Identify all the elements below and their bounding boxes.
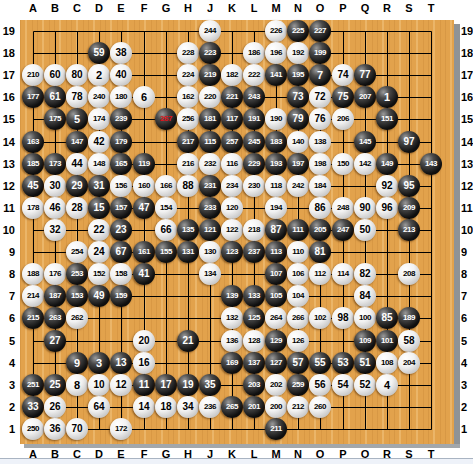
col-label-top-L: L xyxy=(244,1,264,15)
row-label-left-1: 1 xyxy=(0,422,15,436)
stone-E9: 67 xyxy=(110,241,132,263)
move-number: 58 xyxy=(398,330,420,352)
move-number: 95 xyxy=(398,175,420,197)
move-number: 38 xyxy=(110,42,132,64)
col-label-top-B: B xyxy=(45,1,65,15)
move-number: 21 xyxy=(177,330,199,352)
move-number: 4 xyxy=(376,374,398,396)
move-number: 141 xyxy=(265,64,287,86)
stone-G3: 17 xyxy=(155,374,177,396)
move-number: 109 xyxy=(354,330,376,352)
move-number: 212 xyxy=(287,396,309,418)
move-number: 18 xyxy=(155,396,177,418)
move-number: 122 xyxy=(221,219,243,241)
move-number: 29 xyxy=(66,175,88,197)
move-number: 228 xyxy=(177,42,199,64)
move-number: 100 xyxy=(354,307,376,329)
stone-J9: 130 xyxy=(199,241,221,263)
move-number: 151 xyxy=(376,108,398,130)
stone-G2: 18 xyxy=(155,396,177,418)
move-number: 244 xyxy=(199,20,221,42)
stone-H5: 21 xyxy=(177,330,199,352)
stone-N4: 57 xyxy=(287,352,309,374)
move-number: 166 xyxy=(155,175,177,197)
move-number: 118 xyxy=(265,175,287,197)
stone-L2: 201 xyxy=(243,396,265,418)
move-number: 12 xyxy=(110,374,132,396)
stone-F9: 161 xyxy=(133,241,155,263)
stone-C17: 80 xyxy=(66,64,88,86)
stone-G15: 267 xyxy=(155,108,177,130)
stone-E12: 156 xyxy=(110,175,132,197)
row-label-right-19: 19 xyxy=(461,24,473,38)
row-label-right-18: 18 xyxy=(461,46,473,60)
stone-R5: 101 xyxy=(376,330,398,352)
stone-B1: 36 xyxy=(44,418,66,440)
col-label-top-J: J xyxy=(200,1,220,15)
stone-E4: 13 xyxy=(110,352,132,374)
col-label-top-M: M xyxy=(266,1,286,15)
move-number: 53 xyxy=(332,352,354,374)
stone-G11: 154 xyxy=(155,197,177,219)
stone-K2: 265 xyxy=(221,396,243,418)
move-number: 36 xyxy=(44,418,66,440)
stone-C1: 70 xyxy=(66,418,88,440)
stone-N2: 212 xyxy=(287,396,309,418)
stone-R3: 4 xyxy=(376,374,398,396)
move-number: 40 xyxy=(110,64,132,86)
move-number: 186 xyxy=(243,42,265,64)
stone-F12: 160 xyxy=(133,175,155,197)
move-number: 114 xyxy=(332,263,354,285)
stone-C16: 78 xyxy=(66,86,88,108)
stone-E3: 12 xyxy=(110,374,132,396)
stone-E17: 40 xyxy=(110,64,132,86)
stone-J15: 181 xyxy=(199,108,221,130)
row-label-right-5: 5 xyxy=(461,334,473,348)
stone-E18: 38 xyxy=(110,42,132,64)
move-number: 257 xyxy=(221,131,243,153)
move-number: 243 xyxy=(243,86,265,108)
move-number: 127 xyxy=(265,352,287,374)
move-number: 231 xyxy=(199,175,221,197)
stone-B2: 26 xyxy=(44,396,66,418)
move-number: 107 xyxy=(265,263,287,285)
move-number: 111 xyxy=(287,219,309,241)
stone-H3: 19 xyxy=(177,374,199,396)
move-number: 253 xyxy=(66,263,88,285)
stone-O8: 112 xyxy=(309,263,331,285)
stone-P17: 74 xyxy=(332,64,354,86)
row-label-left-13: 13 xyxy=(0,157,15,171)
row-label-right-6: 6 xyxy=(461,311,473,325)
move-number: 182 xyxy=(221,64,243,86)
move-number: 259 xyxy=(287,374,309,396)
move-number: 20 xyxy=(133,330,155,352)
row-label-left-2: 2 xyxy=(0,400,15,414)
stone-P4: 53 xyxy=(332,352,354,374)
stone-D12: 31 xyxy=(88,175,110,197)
move-number: 216 xyxy=(177,153,199,175)
go-game-window: ABCDEFGHJKLMNOPQRST 19181716151413121110… xyxy=(0,0,473,464)
stone-F11: 47 xyxy=(133,197,155,219)
stone-L13: 229 xyxy=(243,153,265,175)
move-number: 105 xyxy=(265,285,287,307)
col-label-top-O: O xyxy=(310,1,330,15)
stone-D9: 24 xyxy=(88,241,110,263)
move-number: 78 xyxy=(66,86,88,108)
stone-D16: 240 xyxy=(88,86,110,108)
move-number: 162 xyxy=(177,86,199,108)
row-label-right-4: 4 xyxy=(461,356,473,370)
move-number: 194 xyxy=(265,197,287,219)
stone-K14: 257 xyxy=(221,131,243,153)
stone-A3: 251 xyxy=(22,374,44,396)
stone-M9: 113 xyxy=(265,241,287,263)
stone-M15: 190 xyxy=(265,108,287,130)
stone-F3: 11 xyxy=(133,374,155,396)
move-number: 165 xyxy=(110,153,132,175)
row-label-left-14: 14 xyxy=(0,135,15,149)
move-number: 234 xyxy=(221,175,243,197)
move-number: 59 xyxy=(88,42,110,64)
move-number: 184 xyxy=(309,175,331,197)
stone-A2: 33 xyxy=(22,396,44,418)
stone-O15: 76 xyxy=(309,108,331,130)
window-bottom-edge xyxy=(0,458,473,464)
row-label-left-18: 18 xyxy=(0,46,15,60)
stone-L7: 133 xyxy=(243,285,265,307)
move-number: 179 xyxy=(110,131,132,153)
stone-Q7: 84 xyxy=(354,285,376,307)
stone-R11: 96 xyxy=(376,197,398,219)
move-number: 10 xyxy=(88,374,110,396)
stone-M4: 127 xyxy=(265,352,287,374)
move-number: 3 xyxy=(88,352,110,374)
stone-O12: 184 xyxy=(309,175,331,197)
move-number: 200 xyxy=(265,396,287,418)
stone-B5: 27 xyxy=(44,330,66,352)
stone-Q14: 145 xyxy=(354,131,376,153)
stone-F16: 6 xyxy=(133,86,155,108)
move-number: 47 xyxy=(133,197,155,219)
row-label-right-16: 16 xyxy=(461,90,473,104)
stone-J19: 244 xyxy=(199,20,221,42)
move-number: 108 xyxy=(376,352,398,374)
move-number: 7 xyxy=(309,64,331,86)
stone-E16: 180 xyxy=(110,86,132,108)
stone-B13: 173 xyxy=(44,153,66,175)
stone-R16: 1 xyxy=(376,86,398,108)
move-number: 202 xyxy=(265,374,287,396)
stone-A13: 185 xyxy=(22,153,44,175)
stone-K5: 136 xyxy=(221,330,243,352)
move-number: 31 xyxy=(88,175,110,197)
stone-K11: 120 xyxy=(221,197,243,219)
move-number: 227 xyxy=(309,20,331,42)
row-label-left-10: 10 xyxy=(0,223,15,237)
move-number: 152 xyxy=(88,263,110,285)
move-number: 23 xyxy=(110,219,132,241)
row-label-right-8: 8 xyxy=(461,267,473,281)
move-number: 54 xyxy=(332,374,354,396)
move-number: 126 xyxy=(287,330,309,352)
move-number: 34 xyxy=(177,396,199,418)
move-number: 11 xyxy=(133,374,155,396)
move-number: 149 xyxy=(376,153,398,175)
stone-C4: 9 xyxy=(66,352,88,374)
row-label-left-19: 19 xyxy=(0,24,15,38)
stone-C8: 253 xyxy=(66,263,88,285)
stone-B10: 32 xyxy=(44,219,66,241)
stone-Q6: 100 xyxy=(354,307,376,329)
move-number: 206 xyxy=(332,108,354,130)
stone-H18: 228 xyxy=(177,42,199,64)
stone-B17: 60 xyxy=(44,64,66,86)
move-number: 60 xyxy=(44,64,66,86)
stone-A11: 178 xyxy=(22,197,44,219)
move-number: 148 xyxy=(88,153,110,175)
stone-H17: 224 xyxy=(177,64,199,86)
stone-C7: 153 xyxy=(66,285,88,307)
move-number: 205 xyxy=(309,219,331,241)
stone-D8: 152 xyxy=(88,263,110,285)
move-number: 172 xyxy=(110,418,132,440)
stone-L4: 137 xyxy=(243,352,265,374)
stone-F4: 16 xyxy=(133,352,155,374)
stone-H13: 216 xyxy=(177,153,199,175)
stone-B6: 263 xyxy=(44,307,66,329)
move-number: 117 xyxy=(221,108,243,130)
stone-K17: 182 xyxy=(221,64,243,86)
move-number: 225 xyxy=(287,20,309,42)
stone-J10: 121 xyxy=(199,219,221,241)
move-number: 81 xyxy=(309,241,331,263)
move-number: 191 xyxy=(243,108,265,130)
move-number: 17 xyxy=(155,374,177,396)
stone-D17: 2 xyxy=(88,64,110,86)
row-label-right-12: 12 xyxy=(461,179,473,193)
move-number: 217 xyxy=(177,131,199,153)
move-number: 85 xyxy=(376,307,398,329)
move-number: 33 xyxy=(22,396,44,418)
stone-M12: 118 xyxy=(265,175,287,197)
move-number: 237 xyxy=(243,241,265,263)
row-label-left-4: 4 xyxy=(0,356,15,370)
stone-L9: 237 xyxy=(243,241,265,263)
move-number: 134 xyxy=(199,263,221,285)
go-board[interactable]: 2442262252275938228223186196192199210608… xyxy=(20,20,454,444)
move-number: 143 xyxy=(420,153,442,175)
stone-A1: 250 xyxy=(22,418,44,440)
move-number: 242 xyxy=(287,175,309,197)
stone-P8: 114 xyxy=(332,263,354,285)
move-number: 193 xyxy=(265,153,287,175)
move-number: 254 xyxy=(66,241,88,263)
row-label-left-17: 17 xyxy=(0,68,15,82)
stone-Q4: 51 xyxy=(354,352,376,374)
stone-K9: 123 xyxy=(221,241,243,263)
stone-P3: 54 xyxy=(332,374,354,396)
move-number: 61 xyxy=(44,86,66,108)
move-number: 211 xyxy=(265,418,287,440)
stone-O3: 56 xyxy=(309,374,331,396)
move-number: 197 xyxy=(287,153,309,175)
stone-N19: 225 xyxy=(287,20,309,42)
stone-J13: 232 xyxy=(199,153,221,175)
stone-S8: 208 xyxy=(398,263,420,285)
move-number: 102 xyxy=(309,307,331,329)
stone-S6: 189 xyxy=(398,307,420,329)
stone-L16: 243 xyxy=(243,86,265,108)
move-number: 267 xyxy=(155,108,177,130)
stone-J3: 35 xyxy=(199,374,221,396)
row-label-left-7: 7 xyxy=(0,289,15,303)
stone-O9: 81 xyxy=(309,241,331,263)
move-number: 169 xyxy=(221,352,243,374)
stone-M2: 200 xyxy=(265,396,287,418)
move-number: 74 xyxy=(332,64,354,86)
move-number: 45 xyxy=(22,175,44,197)
move-number: 26 xyxy=(44,396,66,418)
row-label-right-9: 9 xyxy=(461,245,473,259)
stone-B7: 187 xyxy=(44,285,66,307)
stone-A14: 163 xyxy=(22,131,44,153)
move-number: 153 xyxy=(66,285,88,307)
move-number: 15 xyxy=(88,197,110,219)
move-number: 50 xyxy=(354,219,376,241)
stone-C13: 44 xyxy=(66,153,88,175)
move-number: 88 xyxy=(177,175,199,197)
stone-F5: 20 xyxy=(133,330,155,352)
move-number: 24 xyxy=(88,241,110,263)
stone-B15: 175 xyxy=(44,108,66,130)
stone-C6: 262 xyxy=(66,307,88,329)
move-number: 84 xyxy=(354,285,376,307)
stone-E14: 179 xyxy=(110,131,132,153)
stone-S4: 204 xyxy=(398,352,420,374)
stone-C12: 29 xyxy=(66,175,88,197)
move-number: 138 xyxy=(309,131,331,153)
stone-K12: 234 xyxy=(221,175,243,197)
stone-O19: 227 xyxy=(309,20,331,42)
col-label-top-K: K xyxy=(222,1,242,15)
move-number: 174 xyxy=(88,108,110,130)
col-label-top-E: E xyxy=(111,1,131,15)
row-label-right-2: 2 xyxy=(461,400,473,414)
move-number: 260 xyxy=(309,396,331,418)
row-label-right-10: 10 xyxy=(461,223,473,237)
stone-S14: 97 xyxy=(398,131,420,153)
stone-M10: 87 xyxy=(265,219,287,241)
move-number: 220 xyxy=(199,86,221,108)
move-number: 132 xyxy=(221,307,243,329)
stone-N17: 195 xyxy=(287,64,309,86)
move-number: 44 xyxy=(66,153,88,175)
stone-H14: 217 xyxy=(177,131,199,153)
stone-O6: 102 xyxy=(309,307,331,329)
move-number: 161 xyxy=(133,241,155,263)
stone-M3: 202 xyxy=(265,374,287,396)
move-number: 222 xyxy=(243,64,265,86)
move-number: 106 xyxy=(287,263,309,285)
stone-O10: 205 xyxy=(309,219,331,241)
move-number: 178 xyxy=(22,197,44,219)
move-number: 77 xyxy=(354,64,376,86)
stone-D15: 174 xyxy=(88,108,110,130)
stone-A16: 177 xyxy=(22,86,44,108)
stone-N16: 73 xyxy=(287,86,309,108)
stone-M14: 183 xyxy=(265,131,287,153)
stone-L3: 203 xyxy=(243,374,265,396)
stone-N5: 126 xyxy=(287,330,309,352)
move-number: 233 xyxy=(199,197,221,219)
stone-A8: 188 xyxy=(22,263,44,285)
move-number: 32 xyxy=(44,219,66,241)
stone-B3: 25 xyxy=(44,374,66,396)
row-label-right-15: 15 xyxy=(461,112,473,126)
move-number: 229 xyxy=(243,153,265,175)
stone-N7: 104 xyxy=(287,285,309,307)
move-number: 207 xyxy=(354,86,376,108)
move-number: 92 xyxy=(376,175,398,197)
move-number: 131 xyxy=(177,241,199,263)
stone-D3: 10 xyxy=(88,374,110,396)
move-number: 76 xyxy=(309,108,331,130)
stone-Q17: 77 xyxy=(354,64,376,86)
move-number: 213 xyxy=(398,219,420,241)
move-number: 14 xyxy=(133,396,155,418)
col-label-top-P: P xyxy=(333,1,353,15)
stone-S12: 95 xyxy=(398,175,420,197)
stone-D7: 49 xyxy=(88,285,110,307)
stone-A6: 215 xyxy=(22,307,44,329)
col-label-top-Q: Q xyxy=(355,1,375,15)
move-number: 232 xyxy=(199,153,221,175)
stone-C9: 254 xyxy=(66,241,88,263)
move-number: 196 xyxy=(265,42,287,64)
move-number: 125 xyxy=(243,307,265,329)
stone-S11: 209 xyxy=(398,197,420,219)
stone-B12: 30 xyxy=(44,175,66,197)
stone-P11: 248 xyxy=(332,197,354,219)
move-number: 46 xyxy=(44,197,66,219)
stone-O2: 260 xyxy=(309,396,331,418)
stone-L15: 191 xyxy=(243,108,265,130)
move-number: 73 xyxy=(287,86,309,108)
move-number: 219 xyxy=(199,64,221,86)
move-number: 240 xyxy=(88,86,110,108)
move-number: 190 xyxy=(265,108,287,130)
stone-M13: 193 xyxy=(265,153,287,175)
stone-N9: 110 xyxy=(287,241,309,263)
stone-H10: 135 xyxy=(177,219,199,241)
row-label-left-8: 8 xyxy=(0,267,15,281)
row-label-right-17: 17 xyxy=(461,68,473,82)
stone-H2: 34 xyxy=(177,396,199,418)
stone-B16: 61 xyxy=(44,86,66,108)
stone-O4: 55 xyxy=(309,352,331,374)
board-shadow-right xyxy=(454,24,460,448)
stone-O18: 199 xyxy=(309,42,331,64)
move-number: 251 xyxy=(22,374,44,396)
move-number: 154 xyxy=(155,197,177,219)
move-number: 210 xyxy=(22,64,44,86)
move-number: 139 xyxy=(221,285,243,307)
stone-F8: 41 xyxy=(133,263,155,285)
move-number: 123 xyxy=(221,241,243,263)
stone-H12: 88 xyxy=(177,175,199,197)
